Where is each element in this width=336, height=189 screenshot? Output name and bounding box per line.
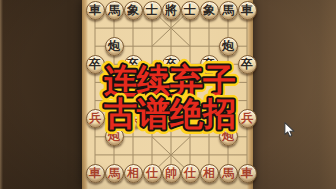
piece-red-soldier[interactable]: 兵 [238,109,257,128]
piece-black-soldier[interactable]: 卒 [86,55,105,74]
piece-character: 炮 [222,36,234,55]
piece-red-soldier[interactable]: 兵 [200,109,219,128]
game-screen: 車馬象士將士象馬車炮炮卒卒卒卒卒兵兵兵兵兵炮炮車馬相仕帥仕相馬車 连续弃子 连续… [0,0,336,189]
piece-character: 卒 [203,54,215,73]
piece-black-rook[interactable]: 車 [238,1,257,20]
piece-red-elephant[interactable]: 相 [200,164,219,183]
piece-character: 仕 [184,163,196,182]
piece-black-soldier[interactable]: 卒 [238,55,257,74]
piece-character: 炮 [222,127,234,146]
piece-red-rook[interactable]: 車 [86,164,105,183]
piece-black-cannon[interactable]: 炮 [219,37,238,56]
piece-black-horse[interactable]: 馬 [219,1,238,20]
piece-character: 炮 [108,36,120,55]
piece-character: 兵 [89,109,101,128]
piece-character: 象 [203,0,215,19]
piece-character: 將 [165,0,177,19]
piece-black-horse[interactable]: 馬 [105,1,124,20]
piece-black-soldier[interactable]: 卒 [162,55,181,74]
piece-red-horse[interactable]: 馬 [219,164,238,183]
board-grid [82,0,253,189]
piece-character: 炮 [108,127,120,146]
piece-character: 士 [146,0,158,19]
piece-character: 車 [89,163,101,182]
piece-character: 車 [241,0,253,19]
piece-character: 馬 [108,0,120,19]
piece-black-soldier[interactable]: 卒 [200,55,219,74]
mouse-cursor [284,122,296,138]
piece-black-advisor[interactable]: 士 [181,1,200,20]
piece-red-advisor[interactable]: 仕 [181,164,200,183]
piece-character: 相 [203,163,215,182]
piece-black-rook[interactable]: 車 [86,1,105,20]
piece-character: 馬 [222,0,234,19]
piece-character: 馬 [222,163,234,182]
piece-red-general[interactable]: 帥 [162,164,181,183]
piece-character: 卒 [89,54,101,73]
piece-red-advisor[interactable]: 仕 [143,164,162,183]
piece-red-cannon[interactable]: 炮 [105,127,124,146]
piece-character: 象 [127,0,139,19]
piece-red-elephant[interactable]: 相 [124,164,143,183]
piece-red-horse[interactable]: 馬 [105,164,124,183]
piece-red-soldier[interactable]: 兵 [124,109,143,128]
piece-black-elephant[interactable]: 象 [200,1,219,20]
piece-character: 兵 [165,109,177,128]
piece-red-cannon[interactable]: 炮 [219,127,238,146]
piece-black-advisor[interactable]: 士 [143,1,162,20]
piece-character: 馬 [108,163,120,182]
piece-black-elephant[interactable]: 象 [124,1,143,20]
piece-black-cannon[interactable]: 炮 [105,37,124,56]
piece-character: 卒 [127,54,139,73]
piece-red-soldier[interactable]: 兵 [162,109,181,128]
piece-red-soldier[interactable]: 兵 [86,109,105,128]
piece-character: 兵 [203,109,215,128]
piece-character: 帥 [165,163,177,182]
piece-character: 車 [89,0,101,19]
piece-black-soldier[interactable]: 卒 [124,55,143,74]
piece-character: 兵 [241,109,253,128]
piece-black-general[interactable]: 將 [162,1,181,20]
piece-character: 仕 [146,163,158,182]
xiangqi-board[interactable]: 車馬象士將士象馬車炮炮卒卒卒卒卒兵兵兵兵兵炮炮車馬相仕帥仕相馬車 [82,0,253,189]
piece-character: 士 [184,0,196,19]
piece-character: 相 [127,163,139,182]
piece-character: 卒 [165,54,177,73]
piece-character: 車 [241,163,253,182]
piece-character: 兵 [127,109,139,128]
piece-red-rook[interactable]: 車 [238,164,257,183]
piece-character: 卒 [241,54,253,73]
